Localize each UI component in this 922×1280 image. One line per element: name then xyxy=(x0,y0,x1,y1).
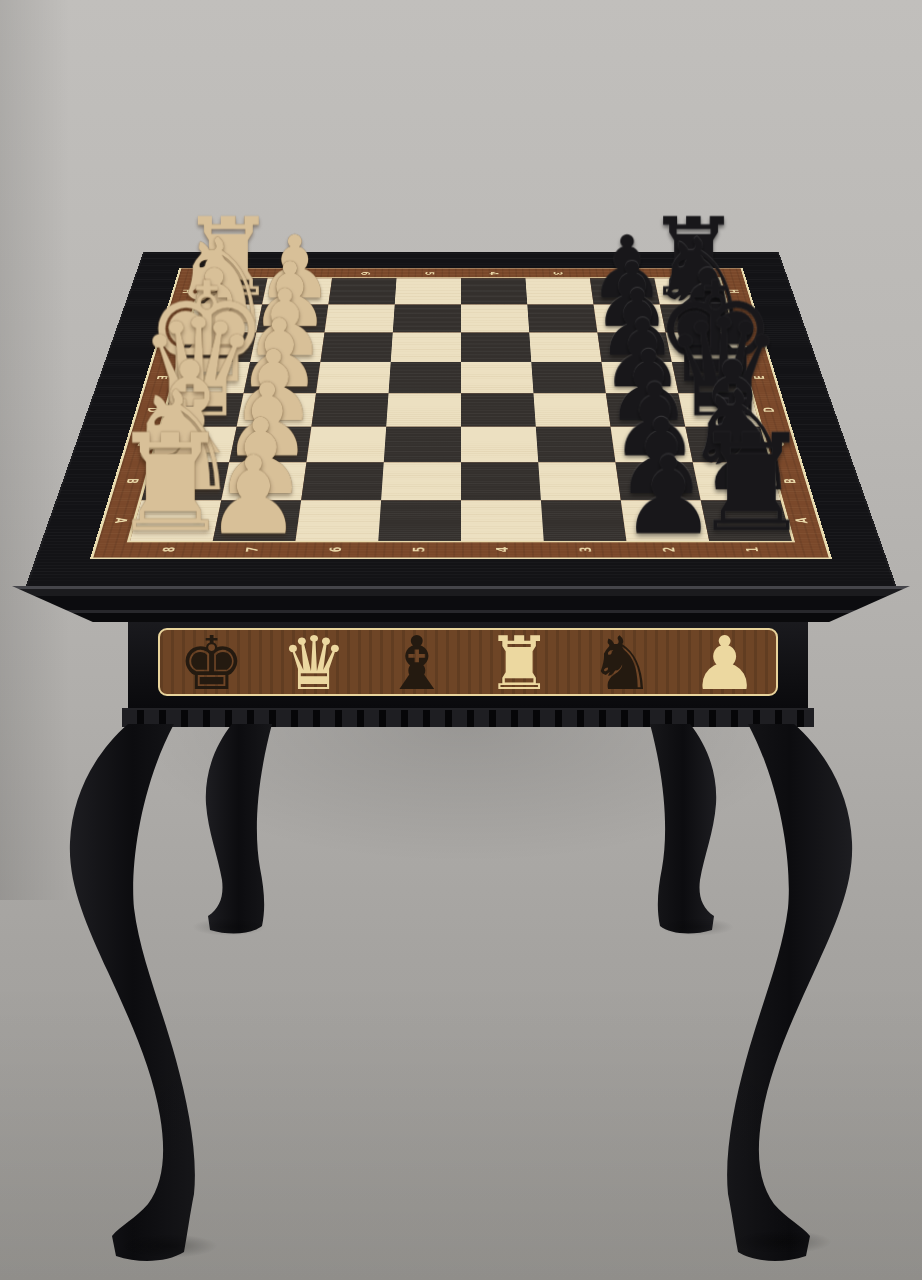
coordinate-text: 6 xyxy=(327,547,345,552)
square-h4[interactable] xyxy=(461,278,527,304)
square-a5[interactable] xyxy=(378,500,461,541)
square-g6[interactable] xyxy=(325,305,395,333)
square-e4[interactable] xyxy=(461,362,533,393)
square-a6[interactable] xyxy=(296,500,382,541)
bottom-coordinate-label-5: 5 xyxy=(377,541,461,557)
coordinate-text: 4 xyxy=(494,547,512,552)
scene: 87654321H♜♟♟♜HG♞♟♟♞GF♝♟♟♝FE♚♟♟♚ED♛♟♟♛DC♝… xyxy=(0,0,922,1280)
square-f6[interactable] xyxy=(320,332,392,362)
square-e6[interactable] xyxy=(316,362,391,393)
square-d6[interactable] xyxy=(311,393,388,426)
square-a3[interactable] xyxy=(541,500,627,541)
black-rook[interactable]: ♜ xyxy=(691,423,812,545)
coordinate-text: 8 xyxy=(160,547,179,552)
bottom-coordinate-label-4: 4 xyxy=(461,541,545,557)
top-coordinate-label-6: 6 xyxy=(332,268,397,278)
square-h5[interactable] xyxy=(395,278,461,304)
coordinate-text: 6 xyxy=(358,272,372,275)
foot-shadow xyxy=(660,918,734,936)
square-a1[interactable]: ♜ xyxy=(701,500,792,541)
bottom-coordinate-label-6: 6 xyxy=(293,541,378,557)
square-f3[interactable] xyxy=(529,332,601,362)
table-leg-back-right xyxy=(650,724,716,933)
square-d5[interactable] xyxy=(386,393,461,426)
board-perspective-wrap: 87654321H♜♟♟♜HG♞♟♟♞GF♝♟♟♝FE♚♟♟♚ED♛♟♟♛DC♝… xyxy=(25,0,897,588)
chessboard: 87654321H♜♟♟♜HG♞♟♟♞GF♝♟♟♝FE♚♟♟♚ED♛♟♟♛DC♝… xyxy=(25,252,897,588)
inlay-king-silhouette: ♚ xyxy=(178,634,244,693)
foot-shadow xyxy=(192,918,266,936)
coordinate-text: 3 xyxy=(550,272,564,275)
inlay-rook-silhouette: ♜ xyxy=(486,634,552,693)
table-leg-back-left xyxy=(206,724,272,933)
square-c6[interactable] xyxy=(306,427,386,463)
coordinate-text: 5 xyxy=(411,547,429,552)
square-b3[interactable] xyxy=(538,462,621,500)
coordinate-text: 3 xyxy=(577,547,595,552)
square-a4[interactable] xyxy=(461,500,544,541)
square-e5[interactable] xyxy=(389,362,461,393)
inlay-pawn-silhouette: ♟ xyxy=(691,634,757,693)
top-coordinate-label-4: 4 xyxy=(461,268,525,278)
floor-vignette xyxy=(0,980,922,1280)
square-b4[interactable] xyxy=(461,462,541,500)
square-a8[interactable]: ♜ xyxy=(130,500,221,541)
white-rook[interactable]: ♜ xyxy=(110,423,231,545)
square-h6[interactable] xyxy=(328,278,396,304)
square-f5[interactable] xyxy=(391,332,461,362)
square-f4[interactable] xyxy=(461,332,531,362)
top-coordinate-label-3: 3 xyxy=(525,268,590,278)
square-c5[interactable] xyxy=(384,427,461,463)
drawer-front[interactable]: ♚♛♝♜♞♟ xyxy=(128,622,808,708)
inlay-queen-silhouette: ♛ xyxy=(281,634,347,693)
top-coordinate-label-5: 5 xyxy=(397,268,461,278)
bottom-coordinate-label-3: 3 xyxy=(544,541,629,557)
square-c3[interactable] xyxy=(536,427,616,463)
square-d4[interactable] xyxy=(461,393,536,426)
square-h3[interactable] xyxy=(525,278,593,304)
coordinate-text: 2 xyxy=(660,547,678,552)
coordinate-text: 1 xyxy=(743,547,762,552)
coordinate-text: 4 xyxy=(486,272,500,275)
square-b5[interactable] xyxy=(381,462,461,500)
inlay-knight-silhouette: ♞ xyxy=(589,634,655,693)
drawer-inlay-banner: ♚♛♝♜♞♟ xyxy=(158,628,778,696)
square-d3[interactable] xyxy=(533,393,610,426)
square-c4[interactable] xyxy=(461,427,538,463)
inlay-bishop-silhouette: ♝ xyxy=(383,634,449,693)
square-g3[interactable] xyxy=(527,305,597,333)
board-border: 87654321H♜♟♟♜HG♞♟♟♞GF♝♟♟♝FE♚♟♟♚ED♛♟♟♛DC♝… xyxy=(90,268,832,559)
square-g4[interactable] xyxy=(461,305,529,333)
coordinate-text: 7 xyxy=(244,547,262,552)
square-e3[interactable] xyxy=(531,362,606,393)
square-g5[interactable] xyxy=(393,305,461,333)
tabletop-edge-molding xyxy=(12,586,910,622)
square-b6[interactable] xyxy=(301,462,384,500)
coordinate-text: 5 xyxy=(422,272,436,275)
